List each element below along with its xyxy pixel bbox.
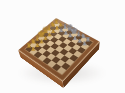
chess-set-photo: ♜♞♝♛♚♝♞♜♟♟♟♟♟♟♟♟♝♛♚♝♞♜♟♟♟♟♟♟ <box>0 0 125 93</box>
